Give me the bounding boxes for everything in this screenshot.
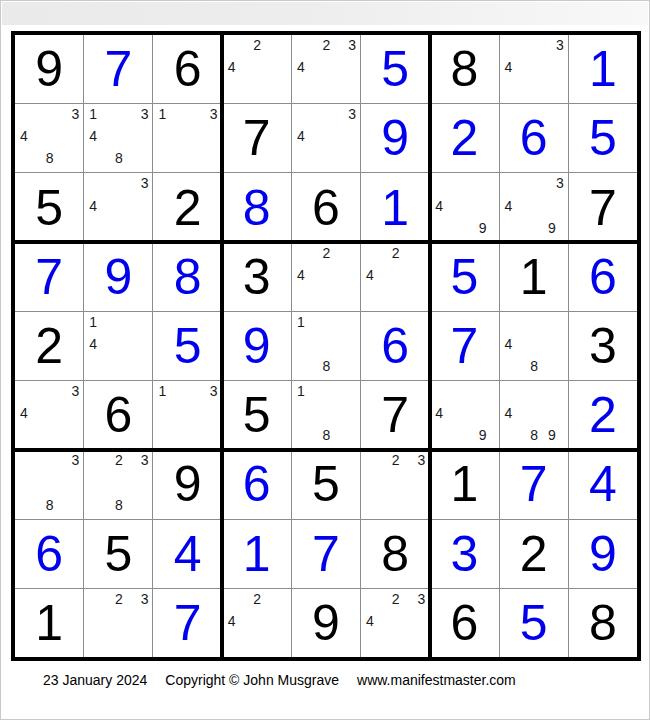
candidate-2: 2 (115, 592, 123, 606)
candidate-3: 3 (141, 107, 149, 121)
given-digit: 3 (243, 252, 271, 302)
entered-digit: 6 (520, 113, 548, 163)
pencil-marks: 14 (84, 312, 152, 380)
cell-r2c3[interactable]: 13 (153, 104, 221, 172)
cell-r5c1[interactable]: 2 (15, 312, 83, 380)
pencil-marks: 238 (84, 450, 152, 518)
pencil-marks: 38 (15, 450, 83, 518)
candidate-4: 4 (89, 199, 97, 213)
cell-r7c7[interactable]: 1 (430, 450, 498, 518)
entered-digit: 9 (381, 113, 409, 163)
candidate-4: 4 (297, 129, 305, 143)
cell-r5c9[interactable]: 3 (569, 312, 637, 380)
pencil-marks: 349 (500, 173, 568, 241)
cell-r3c1[interactable]: 5 (15, 173, 83, 241)
candidate-8: 8 (115, 498, 123, 512)
given-digit: 6 (104, 390, 132, 440)
candidate-2: 2 (115, 453, 123, 467)
entered-digit: 6 (589, 252, 617, 302)
pencil-marks: 348 (15, 104, 83, 172)
pencil-marks: 24 (223, 35, 291, 103)
cell-r4c8[interactable]: 1 (500, 243, 568, 311)
cell-r5c3[interactable]: 5 (153, 312, 221, 380)
copyright-text: Copyright © John Musgrave (165, 672, 339, 688)
entered-digit: 9 (243, 321, 271, 371)
cell-r6c4[interactable]: 5 (223, 381, 291, 449)
entered-digit: 2 (451, 113, 479, 163)
candidate-3: 3 (348, 107, 356, 121)
sudoku-page: 9762423458341348134813734926553428614934… (0, 0, 650, 720)
candidate-3: 3 (141, 592, 149, 606)
cell-r1c8[interactable]: 34 (500, 35, 568, 103)
cell-r4c6[interactable]: 24 (361, 243, 429, 311)
cell-r2c1[interactable]: 348 (15, 104, 83, 172)
candidate-4: 4 (20, 406, 28, 420)
entered-digit: 1 (589, 44, 617, 94)
pencil-marks: 34 (500, 35, 568, 103)
cell-r3c6[interactable]: 1 (361, 173, 429, 241)
cell-r7c3[interactable]: 9 (153, 450, 221, 518)
entered-digit: 2 (589, 390, 617, 440)
candidate-4: 4 (228, 60, 236, 74)
cell-r4c9[interactable]: 6 (569, 243, 637, 311)
candidate-8: 8 (530, 359, 538, 373)
cell-r6c3[interactable]: 13 (153, 381, 221, 449)
given-digit: 3 (589, 321, 617, 371)
candidate-9: 9 (548, 221, 556, 235)
cell-r8c2[interactable]: 5 (84, 520, 152, 588)
candidate-4: 4 (297, 60, 305, 74)
cell-r8c9[interactable]: 9 (569, 520, 637, 588)
candidate-8: 8 (46, 498, 54, 512)
cell-r7c6[interactable]: 23 (361, 450, 429, 518)
entered-digit: 5 (451, 252, 479, 302)
candidate-4: 4 (89, 129, 97, 143)
puzzle-date: 23 January 2024 (43, 672, 147, 688)
entered-digit: 5 (174, 321, 202, 371)
candidate-4: 4 (366, 268, 374, 282)
candidate-2: 2 (253, 38, 261, 52)
candidate-8: 8 (46, 151, 54, 165)
pencil-marks: 49 (430, 381, 498, 449)
candidate-3: 3 (71, 384, 79, 398)
footer: 23 January 2024Copyright © John Musgrave… (43, 672, 534, 688)
given-digit: 7 (243, 113, 271, 163)
candidate-8: 8 (323, 428, 331, 442)
cell-r4c7[interactable]: 5 (430, 243, 498, 311)
pencil-marks: 49 (430, 173, 498, 241)
pencil-marks: 18 (292, 312, 360, 380)
cell-r8c8[interactable]: 2 (500, 520, 568, 588)
entered-digit: 7 (520, 459, 548, 509)
cell-r7c9[interactable]: 4 (569, 450, 637, 518)
cell-r8c5[interactable]: 7 (292, 520, 360, 588)
candidate-4: 4 (435, 199, 443, 213)
entered-digit: 6 (243, 459, 271, 509)
cell-r9c9[interactable]: 8 (569, 589, 637, 657)
cell-r3c4[interactable]: 8 (223, 173, 291, 241)
cell-r9c3[interactable]: 7 (153, 589, 221, 657)
cell-r3c8[interactable]: 349 (500, 173, 568, 241)
cell-r5c5[interactable]: 18 (292, 312, 360, 380)
pencil-marks: 48 (500, 312, 568, 380)
cell-r6c7[interactable]: 49 (430, 381, 498, 449)
cell-r8c7[interactable]: 3 (430, 520, 498, 588)
cell-r1c6[interactable]: 5 (361, 35, 429, 103)
cell-r1c5[interactable]: 234 (292, 35, 360, 103)
pencil-marks: 24 (223, 589, 291, 657)
cell-r9c8[interactable]: 5 (500, 589, 568, 657)
cell-r6c6[interactable]: 7 (361, 381, 429, 449)
candidate-3: 3 (71, 107, 79, 121)
cell-r5c4[interactable]: 9 (223, 312, 291, 380)
cell-r9c7[interactable]: 6 (430, 589, 498, 657)
cell-r3c2[interactable]: 34 (84, 173, 152, 241)
entered-digit: 7 (174, 598, 202, 648)
cell-r5c7[interactable]: 7 (430, 312, 498, 380)
cell-r7c2[interactable]: 238 (84, 450, 152, 518)
cell-r1c1[interactable]: 9 (15, 35, 83, 103)
candidate-3: 3 (210, 384, 218, 398)
cell-r6c8[interactable]: 489 (500, 381, 568, 449)
entered-digit: 5 (520, 598, 548, 648)
candidate-4: 4 (505, 60, 513, 74)
cell-r1c4[interactable]: 24 (223, 35, 291, 103)
cell-r3c3[interactable]: 2 (153, 173, 221, 241)
candidate-9: 9 (548, 428, 556, 442)
cell-r4c3[interactable]: 8 (153, 243, 221, 311)
pencil-marks: 34 (84, 173, 152, 241)
candidate-1: 1 (89, 107, 97, 121)
cell-r2c2[interactable]: 1348 (84, 104, 152, 172)
cell-r6c9[interactable]: 2 (569, 381, 637, 449)
cell-r2c6[interactable]: 9 (361, 104, 429, 172)
pencil-marks: 489 (500, 381, 568, 449)
candidate-3: 3 (71, 453, 79, 467)
pencil-marks: 34 (292, 104, 360, 172)
cell-r7c4[interactable]: 6 (223, 450, 291, 518)
entered-digit: 9 (104, 252, 132, 302)
pencil-marks: 23 (84, 589, 152, 657)
cell-r2c5[interactable]: 34 (292, 104, 360, 172)
entered-digit: 4 (589, 459, 617, 509)
candidate-4: 4 (366, 614, 374, 628)
candidate-1: 1 (297, 315, 305, 329)
given-digit: 2 (520, 529, 548, 579)
given-digit: 7 (381, 390, 409, 440)
cell-r8c3[interactable]: 4 (153, 520, 221, 588)
cell-r9c1[interactable]: 1 (15, 589, 83, 657)
candidate-8: 8 (530, 428, 538, 442)
cell-r3c7[interactable]: 49 (430, 173, 498, 241)
candidate-8: 8 (115, 151, 123, 165)
pencil-marks: 13 (153, 381, 221, 449)
given-digit: 6 (451, 598, 479, 648)
candidate-2: 2 (323, 38, 331, 52)
cell-r2c7[interactable]: 2 (430, 104, 498, 172)
cell-r8c6[interactable]: 8 (361, 520, 429, 588)
cell-r8c4[interactable]: 1 (223, 520, 291, 588)
cell-r4c1[interactable]: 7 (15, 243, 83, 311)
cell-r4c5[interactable]: 24 (292, 243, 360, 311)
cell-r9c2[interactable]: 23 (84, 589, 152, 657)
candidate-2: 2 (323, 246, 331, 260)
cell-r3c9[interactable]: 7 (569, 173, 637, 241)
given-digit: 2 (174, 183, 202, 233)
cell-r8c1[interactable]: 6 (15, 520, 83, 588)
cell-r5c8[interactable]: 48 (500, 312, 568, 380)
pencil-marks: 13 (153, 104, 221, 172)
candidate-9: 9 (479, 221, 487, 235)
pencil-marks: 23 (361, 450, 429, 518)
cell-r2c8[interactable]: 6 (500, 104, 568, 172)
given-digit: 8 (381, 529, 409, 579)
pencil-marks: 1348 (84, 104, 152, 172)
given-digit: 8 (451, 44, 479, 94)
given-digit: 9 (174, 459, 202, 509)
pencil-marks: 234 (292, 35, 360, 103)
candidate-8: 8 (323, 359, 331, 373)
given-digit: 5 (35, 183, 63, 233)
candidate-3: 3 (418, 592, 426, 606)
candidate-4: 4 (20, 129, 28, 143)
cell-r7c1[interactable]: 38 (15, 450, 83, 518)
sudoku-board: 9762423458341348134813734926553428614934… (15, 35, 637, 657)
cell-r7c8[interactable]: 7 (500, 450, 568, 518)
candidate-1: 1 (158, 384, 166, 398)
cell-r2c9[interactable]: 5 (569, 104, 637, 172)
candidate-3: 3 (418, 453, 426, 467)
given-digit: 1 (35, 598, 63, 648)
candidate-4: 4 (435, 406, 443, 420)
candidate-3: 3 (210, 107, 218, 121)
given-digit: 6 (312, 183, 340, 233)
candidate-3: 3 (141, 176, 149, 190)
candidate-3: 3 (556, 176, 564, 190)
given-digit: 6 (174, 44, 202, 94)
candidate-2: 2 (392, 453, 400, 467)
entered-digit: 5 (589, 113, 617, 163)
cell-r5c2[interactable]: 14 (84, 312, 152, 380)
candidate-4: 4 (228, 614, 236, 628)
candidate-4: 4 (505, 337, 513, 351)
cell-r3c5[interactable]: 6 (292, 173, 360, 241)
candidate-4: 4 (89, 337, 97, 351)
candidate-3: 3 (556, 38, 564, 52)
entered-digit: 7 (451, 321, 479, 371)
cell-r2c4[interactable]: 7 (223, 104, 291, 172)
given-digit: 7 (589, 183, 617, 233)
cell-r1c2[interactable]: 7 (84, 35, 152, 103)
cell-r1c9[interactable]: 1 (569, 35, 637, 103)
pencil-marks: 18 (292, 381, 360, 449)
given-digit: 2 (35, 321, 63, 371)
candidate-3: 3 (348, 38, 356, 52)
candidate-4: 4 (505, 406, 513, 420)
pencil-marks: 24 (361, 243, 429, 311)
candidate-9: 9 (479, 428, 487, 442)
entered-digit: 6 (35, 529, 63, 579)
candidate-2: 2 (253, 592, 261, 606)
entered-digit: 8 (174, 252, 202, 302)
pencil-marks: 24 (292, 243, 360, 311)
given-digit: 5 (104, 529, 132, 579)
window-top-bar (2, 2, 648, 25)
given-digit: 5 (312, 459, 340, 509)
entered-digit: 1 (243, 529, 271, 579)
candidate-4: 4 (505, 199, 513, 213)
given-digit: 8 (589, 598, 617, 648)
candidate-3: 3 (141, 453, 149, 467)
website-url: www.manifestmaster.com (357, 672, 516, 688)
given-digit: 9 (35, 44, 63, 94)
given-digit: 1 (451, 459, 479, 509)
cell-r4c2[interactable]: 9 (84, 243, 152, 311)
candidate-1: 1 (297, 384, 305, 398)
candidate-4: 4 (297, 268, 305, 282)
entered-digit: 7 (312, 529, 340, 579)
cell-r6c1[interactable]: 34 (15, 381, 83, 449)
entered-digit: 7 (35, 252, 63, 302)
cell-r1c7[interactable]: 8 (430, 35, 498, 103)
cell-r9c4[interactable]: 24 (223, 589, 291, 657)
sudoku-board-frame: 9762423458341348134813734926553428614934… (11, 31, 641, 661)
cell-r7c5[interactable]: 5 (292, 450, 360, 518)
given-digit: 1 (520, 252, 548, 302)
entered-digit: 6 (381, 321, 409, 371)
candidate-1: 1 (158, 107, 166, 121)
entered-digit: 8 (243, 183, 271, 233)
cell-r6c2[interactable]: 6 (84, 381, 152, 449)
pencil-marks: 234 (361, 589, 429, 657)
cell-r4c4[interactable]: 3 (223, 243, 291, 311)
cell-r9c6[interactable]: 234 (361, 589, 429, 657)
pencil-marks: 34 (15, 381, 83, 449)
cell-r5c6[interactable]: 6 (361, 312, 429, 380)
given-digit: 9 (312, 598, 340, 648)
entered-digit: 7 (104, 44, 132, 94)
entered-digit: 3 (451, 529, 479, 579)
candidate-1: 1 (89, 315, 97, 329)
cell-r1c3[interactable]: 6 (153, 35, 221, 103)
entered-digit: 1 (381, 183, 409, 233)
entered-digit: 4 (174, 529, 202, 579)
cell-r9c5[interactable]: 9 (292, 589, 360, 657)
candidate-2: 2 (392, 592, 400, 606)
entered-digit: 9 (589, 529, 617, 579)
entered-digit: 5 (381, 44, 409, 94)
candidate-2: 2 (392, 246, 400, 260)
given-digit: 5 (243, 390, 271, 440)
cell-r6c5[interactable]: 18 (292, 381, 360, 449)
